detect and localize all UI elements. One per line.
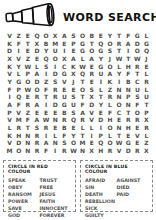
grid-cell-r2c9[interactable]: G xyxy=(78,40,87,48)
grid-cell-r3c16[interactable]: Q xyxy=(142,47,151,55)
grid-cell-r3c12[interactable]: S xyxy=(105,47,114,55)
grid-cell-r7c15[interactable]: C xyxy=(133,78,142,86)
grid-cell-r1c9[interactable]: O xyxy=(78,32,87,40)
grid-cell-r7c7[interactable]: V xyxy=(60,78,69,86)
grid-cell-r11c10[interactable]: V xyxy=(87,109,96,117)
grid-cell-r9c10[interactable]: X xyxy=(87,94,96,102)
grid-cell-r2c4[interactable]: X xyxy=(32,40,41,48)
grid-cell-r11c1[interactable]: P xyxy=(5,109,14,117)
grid-cell-r12c15[interactable]: R xyxy=(133,117,142,125)
grid-cell-r15c5[interactable]: A xyxy=(42,140,51,148)
grid-cell-r5c13[interactable]: L xyxy=(115,63,124,71)
grid-cell-r8c12[interactable]: Z xyxy=(105,86,114,94)
grid-cell-r9c4[interactable]: R xyxy=(32,94,41,102)
grid-cell-r4c13[interactable]: W xyxy=(115,55,124,63)
grid-cell-r16c5[interactable]: F xyxy=(42,147,51,155)
grid-cell-r5c3[interactable]: W xyxy=(23,63,32,71)
grid-cell-r8c9[interactable]: O xyxy=(78,86,87,94)
grid-cell-r15c1[interactable]: V xyxy=(5,140,14,148)
panel-circle-red: CIRCLE IN RED COLOUR SPEAKOBEYRANSOMPOWE… xyxy=(3,160,76,212)
grid-cell-r3c8[interactable]: E xyxy=(69,47,78,55)
grid-cell-r10c8[interactable]: U xyxy=(69,101,78,109)
word-list-item: SIN xyxy=(85,184,117,191)
grid-cell-r11c3[interactable]: Z xyxy=(23,109,32,117)
grid-cell-r4c7[interactable]: X xyxy=(60,55,69,63)
grid-cell-r5c12[interactable]: O xyxy=(105,63,114,71)
grid-cell-r11c13[interactable]: C xyxy=(115,109,124,117)
grid-cell-r8c10[interactable]: S xyxy=(87,86,96,94)
grid-cell-r16c6[interactable]: I xyxy=(51,147,60,155)
grid-cell-r3c14[interactable]: I xyxy=(124,47,133,55)
grid-cell-r8c4[interactable]: O xyxy=(32,86,41,94)
grid-cell-r12c5[interactable]: W xyxy=(42,117,51,125)
grid-cell-r13c9[interactable]: L xyxy=(78,124,87,132)
grid-cell-r12c6[interactable]: N xyxy=(51,117,60,125)
grid-cell-r10c11[interactable]: Y xyxy=(96,101,105,109)
letter-grid: VZEQOXASOBEYTFGLKFTXBMEPGTQORADGDIEDYUIE… xyxy=(0,32,156,155)
word-list-item: REBELLION xyxy=(85,198,117,205)
word-list-item: PAID xyxy=(117,191,149,198)
grid-cell-r10c1[interactable]: A xyxy=(5,101,14,109)
grid-cell-r15c6[interactable]: N xyxy=(51,140,60,148)
panel-red-col1: SPEAKOBEYRANSOMPOWERSAVEGOD xyxy=(8,177,40,219)
grid-cell-r13c15[interactable]: E xyxy=(133,124,142,132)
word-list-item: AFRAID xyxy=(85,177,117,184)
header: WORD SEARCH xyxy=(0,0,156,31)
grid-cell-r9c15[interactable]: S xyxy=(133,94,142,102)
grid-cell-r16c3[interactable]: N xyxy=(23,147,32,155)
word-list-item: JESUS xyxy=(40,191,72,198)
grid-cell-r10c7[interactable]: G xyxy=(60,101,69,109)
grid-cell-r7c1[interactable]: Y xyxy=(5,78,14,86)
grid-cell-r16c14[interactable]: D xyxy=(124,147,133,155)
grid-cell-r11c6[interactable]: E xyxy=(51,109,60,117)
grid-cell-r3c15[interactable]: O xyxy=(133,47,142,55)
grid-cell-r2c11[interactable]: Q xyxy=(96,40,105,48)
grid-cell-r9c11[interactable]: T xyxy=(96,94,105,102)
grid-cell-r6c6[interactable]: D xyxy=(51,70,60,78)
grid-cell-r13c10[interactable]: L xyxy=(87,124,96,132)
grid-cell-r16c9[interactable]: N xyxy=(78,147,87,155)
grid-cell-r13c3[interactable]: T xyxy=(23,124,32,132)
grid-cell-r6c12[interactable]: A xyxy=(105,70,114,78)
grid-cell-r9c12[interactable]: R xyxy=(105,94,114,102)
panel-red-columns: SPEAKOBEYRANSOMPOWERSAVEGOD TRUSTFREEJES… xyxy=(8,177,71,219)
grid-cell-r8c7[interactable]: E xyxy=(60,86,69,94)
grid-cell-r9c1[interactable]: I xyxy=(5,94,14,102)
word-list-item: SICK xyxy=(85,205,117,212)
grid-cell-r10c14[interactable]: N xyxy=(124,101,133,109)
grid-cell-r13c6[interactable]: E xyxy=(51,124,60,132)
grid-cell-r2c6[interactable]: M xyxy=(51,40,60,48)
grid-cell-r15c10[interactable]: E xyxy=(87,140,96,148)
grid-cell-r9c9[interactable]: T xyxy=(78,94,87,102)
grid-cell-r13c16[interactable]: R xyxy=(142,124,151,132)
grid-cell-r6c15[interactable]: T xyxy=(133,70,142,78)
grid-cell-r10c3[interactable]: R xyxy=(23,101,32,109)
grid-cell-r2c14[interactable]: A xyxy=(124,40,133,48)
grid-cell-r10c10[interactable]: D xyxy=(87,101,96,109)
grid-cell-r11c11[interactable]: E xyxy=(96,109,105,117)
grid-cell-r12c16[interactable]: X xyxy=(142,117,151,125)
grid-cell-r11c12[interactable]: F xyxy=(105,109,114,117)
grid-cell-r1c16[interactable]: L xyxy=(142,32,151,40)
grid-cell-r3c7[interactable]: I xyxy=(60,47,69,55)
grid-cell-r4c3[interactable]: Z xyxy=(23,55,32,63)
grid-cell-r5c8[interactable]: K xyxy=(69,63,78,71)
grid-cell-r4c8[interactable]: A xyxy=(69,55,78,63)
grid-cell-r14c4[interactable]: R xyxy=(32,132,41,140)
grid-cell-r3c4[interactable]: D xyxy=(32,47,41,55)
grid-cell-r6c9[interactable]: Q xyxy=(78,70,87,78)
grid-cell-r5c16[interactable]: E xyxy=(142,63,151,71)
grid-cell-r4c1[interactable]: X xyxy=(5,55,14,63)
grid-cell-r10c4[interactable]: A xyxy=(32,101,41,109)
grid-cell-r2c10[interactable]: T xyxy=(87,40,96,48)
grid-cell-r3c2[interactable]: I xyxy=(14,47,23,55)
grid-cell-r8c6[interactable]: R xyxy=(51,86,60,94)
grid-cell-r13c8[interactable]: E xyxy=(69,124,78,132)
grid-cell-r12c9[interactable]: R xyxy=(78,117,87,125)
grid-cell-r12c11[interactable]: D xyxy=(96,117,105,125)
grid-cell-r12c4[interactable]: A xyxy=(32,117,41,125)
grid-cell-r4c9[interactable]: L xyxy=(78,55,87,63)
grid-cell-r12c2[interactable]: M xyxy=(14,117,23,125)
grid-cell-r2c7[interactable]: E xyxy=(60,40,69,48)
grid-cell-r2c1[interactable]: K xyxy=(5,40,14,48)
grid-cell-r13c12[interactable]: O xyxy=(105,124,114,132)
grid-cell-r5c5[interactable]: S xyxy=(42,63,51,71)
grid-cell-r2c3[interactable]: T xyxy=(23,40,32,48)
grid-cell-r3c11[interactable]: G xyxy=(96,47,105,55)
grid-cell-r4c6[interactable]: O xyxy=(51,55,60,63)
grid-cell-r2c2[interactable]: F xyxy=(14,40,23,48)
telescope-icon xyxy=(5,3,61,32)
grid-cell-r7c4[interactable]: D xyxy=(32,78,41,86)
grid-cell-r15c14[interactable]: G xyxy=(124,140,133,148)
grid-cell-r7c12[interactable]: K xyxy=(105,78,114,86)
grid-cell-r6c10[interactable]: R xyxy=(87,70,96,78)
grid-cell-r14c12[interactable]: L xyxy=(105,132,114,140)
panel-blue-columns: AFRAIDSINDEATHREBELLIONSICKGUILTY AGAINS… xyxy=(85,177,148,219)
grid-cell-r14c11[interactable]: P xyxy=(96,132,105,140)
grid-cell-r16c4[interactable]: R xyxy=(32,147,41,155)
grid-cell-r6c11[interactable]: U xyxy=(96,70,105,78)
grid-cell-r7c10[interactable]: E xyxy=(87,78,96,86)
grid-cell-r4c14[interactable]: T xyxy=(124,55,133,63)
grid-cell-r10c6[interactable]: D xyxy=(51,101,60,109)
grid-cell-r3c10[interactable]: O xyxy=(87,47,96,55)
grid-cell-r8c16[interactable]: L xyxy=(142,86,151,94)
grid-cell-r15c2[interactable]: D xyxy=(14,140,23,148)
grid-cell-r13c13[interactable]: N xyxy=(115,124,124,132)
grid-cell-r16c13[interactable]: V xyxy=(115,147,124,155)
word-list-panels: CIRCLE IN RED COLOUR SPEAKOBEYRANSOMPOWE… xyxy=(0,160,156,212)
grid-cell-r9c14[interactable]: P xyxy=(124,94,133,102)
grid-cell-r7c8[interactable]: J xyxy=(69,78,78,86)
grid-cell-r1c11[interactable]: E xyxy=(96,32,105,40)
grid-cell-r15c12[interactable]: O xyxy=(105,140,114,148)
grid-cell-r1c12[interactable]: Y xyxy=(105,32,114,40)
grid-cell-r6c1[interactable]: V xyxy=(5,70,14,78)
grid-cell-r6c8[interactable]: X xyxy=(69,70,78,78)
grid-cell-r14c7[interactable]: F xyxy=(60,132,69,140)
grid-cell-r15c3[interactable]: N xyxy=(23,140,32,148)
grid-cell-r15c15[interactable]: E xyxy=(133,140,142,148)
grid-cell-r12c3[interactable]: F xyxy=(23,117,32,125)
grid-cell-r14c5[interactable]: I xyxy=(42,132,51,140)
word-list-item: OBEY xyxy=(8,184,40,191)
word-list-item: GOD xyxy=(8,212,40,219)
grid-cell-r11c5[interactable]: E xyxy=(42,109,51,117)
grid-cell-r11c2[interactable]: V xyxy=(14,109,23,117)
grid-cell-r14c8[interactable]: Y xyxy=(69,132,78,140)
grid-cell-r4c10[interactable]: A xyxy=(87,55,96,63)
grid-cell-r2c16[interactable]: G xyxy=(142,40,151,48)
grid-cell-r12c13[interactable]: E xyxy=(115,117,124,125)
grid-cell-r12c7[interactable]: R xyxy=(60,117,69,125)
grid-cell-r11c16[interactable]: P xyxy=(142,109,151,117)
grid-cell-r3c1[interactable]: D xyxy=(5,47,14,55)
grid-cell-r5c1[interactable]: K xyxy=(5,63,14,71)
grid-cell-r1c10[interactable]: B xyxy=(87,32,96,40)
grid-cell-r5c6[interactable]: I xyxy=(51,63,60,71)
grid-cell-r14c1[interactable]: K xyxy=(5,132,14,140)
grid-cell-r3c13[interactable]: T xyxy=(115,47,124,55)
grid-cell-r14c13[interactable]: T xyxy=(115,132,124,140)
grid-cell-r8c15[interactable]: U xyxy=(133,86,142,94)
grid-cell-r8c5[interactable]: F xyxy=(42,86,51,94)
grid-cell-r16c16[interactable]: X xyxy=(142,147,151,155)
grid-cell-r9c3[interactable]: E xyxy=(23,94,32,102)
word-list-item: FAITH xyxy=(40,198,72,205)
grid-cell-r5c4[interactable]: L xyxy=(32,63,41,71)
grid-cell-r15c11[interactable]: Q xyxy=(96,140,105,148)
word-list-item: RANSOM xyxy=(8,191,40,198)
grid-cell-r16c12[interactable]: R xyxy=(105,147,114,155)
grid-cell-r16c2[interactable]: O xyxy=(14,147,23,155)
panel-circle-blue: CIRCLE IN BLUE COLOUR AFRAIDSINDEATHREBE… xyxy=(80,160,153,212)
panel-red-title: CIRCLE IN RED COLOUR xyxy=(8,164,71,174)
grid-cell-r9c7[interactable]: U xyxy=(60,94,69,102)
grid-cell-r15c4[interactable]: R xyxy=(32,140,41,148)
grid-cell-r13c1[interactable]: L xyxy=(5,124,14,132)
grid-cell-r1c14[interactable]: F xyxy=(124,32,133,40)
word-list-item: GUILTY xyxy=(85,212,117,219)
grid-cell-r9c5[interactable]: T xyxy=(42,94,51,102)
grid-cell-r8c8[interactable]: E xyxy=(69,86,78,94)
word-list-item: SPEAK xyxy=(8,177,40,184)
word-search-page: WORD SEARCH VZEQOXASOBEYTFGLKFTXBMEPGTQO… xyxy=(0,0,156,220)
grid-cell-r9c2[interactable]: Q xyxy=(14,94,23,102)
grid-cell-r8c14[interactable]: N xyxy=(124,86,133,94)
word-list-item: FOREVER xyxy=(40,212,72,219)
grid-cell-r1c3[interactable]: E xyxy=(23,32,32,40)
grid-cell-r9c16[interactable]: U xyxy=(142,94,151,102)
grid-cell-r7c5[interactable]: Z xyxy=(42,78,51,86)
grid-cell-r4c12[interactable]: J xyxy=(105,55,114,63)
word-list-item: TRUST xyxy=(40,177,72,184)
grid-cell-r15c7[interactable]: S xyxy=(60,140,69,148)
word-list-item: SAVE xyxy=(8,205,40,212)
grid-cell-r4c4[interactable]: E xyxy=(32,55,41,63)
grid-cell-r14c2[interactable]: H xyxy=(14,132,23,140)
grid-cell-r4c5[interactable]: Q xyxy=(42,55,51,63)
grid-cell-r14c3[interactable]: N xyxy=(23,132,32,140)
grid-cell-r5c14[interactable]: H xyxy=(124,63,133,71)
grid-cell-r15c9[interactable]: M xyxy=(78,140,87,148)
grid-cell-r5c11[interactable]: G xyxy=(96,63,105,71)
grid-cell-r15c13[interactable]: W xyxy=(115,140,124,148)
grid-cell-r7c6[interactable]: S xyxy=(51,78,60,86)
grid-cell-r4c11[interactable]: Y xyxy=(96,55,105,63)
word-list-item: POWER xyxy=(8,198,40,205)
grid-cell-r11c8[interactable]: S xyxy=(69,109,78,117)
grid-cell-r7c9[interactable]: T xyxy=(78,78,87,86)
grid-cell-r11c14[interactable]: T xyxy=(124,109,133,117)
grid-cell-r12c1[interactable]: V xyxy=(5,117,14,125)
grid-cell-r6c4[interactable]: A xyxy=(32,70,41,78)
grid-cell-r1c4[interactable]: Q xyxy=(32,32,41,40)
grid-cell-r12c14[interactable]: R xyxy=(124,117,133,125)
grid-cell-r13c5[interactable]: R xyxy=(42,124,51,132)
grid-cell-r7c3[interactable]: O xyxy=(23,78,32,86)
panel-blue-title: CIRCLE IN BLUE COLOUR xyxy=(85,164,148,174)
grid-cell-r6c2[interactable]: L xyxy=(14,70,23,78)
grid-cell-r2c15[interactable]: D xyxy=(133,40,142,48)
grid-cell-r10c16[interactable]: T xyxy=(142,101,151,109)
grid-cell-r5c15[interactable]: R xyxy=(133,63,142,71)
grid-cell-r1c13[interactable]: T xyxy=(115,32,124,40)
grid-cell-r4c15[interactable]: W xyxy=(133,55,142,63)
grid-cell-r11c9[interactable]: A xyxy=(78,109,87,117)
grid-cell-r1c2[interactable]: Z xyxy=(14,32,23,40)
grid-cell-r7c13[interactable]: I xyxy=(115,78,124,86)
panel-red-col2: TRUSTFREEJESUSFAITHINNOCENTFOREVER xyxy=(40,177,72,219)
grid-cell-r11c15[interactable]: O xyxy=(133,109,142,117)
grid-cell-r2c12[interactable]: O xyxy=(105,40,114,48)
grid-cell-r15c8[interactable]: O xyxy=(69,140,78,148)
grid-cell-r1c8[interactable]: S xyxy=(69,32,78,40)
grid-cell-r16c11[interactable]: H xyxy=(96,147,105,155)
grid-cell-r2c5[interactable]: B xyxy=(42,40,51,48)
grid-cell-r15c16[interactable]: Z xyxy=(142,140,151,148)
grid-cell-r10c5[interactable]: I xyxy=(42,101,51,109)
grid-cell-r7c2[interactable]: G xyxy=(14,78,23,86)
grid-cell-r11c4[interactable]: E xyxy=(32,109,41,117)
panel-blue-col1: AFRAIDSINDEATHREBELLIONSICKGUILTY xyxy=(85,177,117,219)
grid-cell-r7c14[interactable]: B xyxy=(124,78,133,86)
grid-cell-r3c9[interactable]: G xyxy=(78,47,87,55)
grid-cell-r13c11[interactable]: I xyxy=(96,124,105,132)
grid-cell-r6c5[interactable]: I xyxy=(42,70,51,78)
grid-cell-r2c8[interactable]: P xyxy=(69,40,78,48)
grid-cell-r3c5[interactable]: Y xyxy=(42,47,51,55)
grid-cell-r12c8[interactable]: Q xyxy=(69,117,78,125)
grid-cell-r2c13[interactable]: R xyxy=(115,40,124,48)
grid-cell-r14c15[interactable]: V xyxy=(133,132,142,140)
grid-cell-r3c3[interactable]: E xyxy=(23,47,32,55)
grid-cell-r13c14[interactable]: H xyxy=(124,124,133,132)
grid-cell-r12c10[interactable]: V xyxy=(87,117,96,125)
grid-cell-r1c1[interactable]: V xyxy=(5,32,14,40)
grid-cell-r7c11[interactable]: I xyxy=(96,78,105,86)
grid-cell-r16c1[interactable]: M xyxy=(5,147,14,155)
grid-cell-r14c10[interactable]: I xyxy=(87,132,96,140)
word-list-item: DIED xyxy=(117,184,149,191)
grid-cell-r4c2[interactable]: V xyxy=(14,55,23,63)
grid-cell-r16c8[interactable]: W xyxy=(69,147,78,155)
grid-cell-r14c14[interactable]: E xyxy=(124,132,133,140)
grid-cell-r8c13[interactable]: N xyxy=(115,86,124,94)
grid-cell-r6c7[interactable]: G xyxy=(60,70,69,78)
grid-cell-r5c2[interactable]: Y xyxy=(14,63,23,71)
grid-cell-r5c10[interactable]: E xyxy=(87,63,96,71)
grid-cell-r9c13[interactable]: N xyxy=(115,94,124,102)
grid-cell-r4c16[interactable]: J xyxy=(142,55,151,63)
grid-cell-r10c13[interactable]: O xyxy=(115,101,124,109)
grid-cell-r1c5[interactable]: O xyxy=(42,32,51,40)
grid-cell-r13c2[interactable]: R xyxy=(14,124,23,132)
grid-cell-r6c3[interactable]: P xyxy=(23,70,32,78)
grid-cell-r16c10[interactable]: X xyxy=(87,147,96,155)
grid-cell-r8c11[interactable]: L xyxy=(96,86,105,94)
grid-cell-r16c7[interactable]: R xyxy=(60,147,69,155)
word-list-item: AGAINST xyxy=(117,177,149,184)
grid-cell-r10c15[interactable]: F xyxy=(133,101,142,109)
grid-cell-r14c16[interactable]: L xyxy=(142,132,151,140)
word-list-item: FREE xyxy=(40,184,72,191)
grid-cell-r8c2[interactable]: P xyxy=(14,86,23,94)
grid-cell-r11c7[interactable]: B xyxy=(60,109,69,117)
grid-cell-r1c6[interactable]: X xyxy=(51,32,60,40)
grid-cell-r1c15[interactable]: G xyxy=(133,32,142,40)
page-title: WORD SEARCH xyxy=(63,11,156,24)
grid-cell-r8c1[interactable]: F xyxy=(5,86,14,94)
grid-cell-r16c15[interactable]: R xyxy=(133,147,142,155)
grid-cell-r5c7[interactable]: C xyxy=(60,63,69,71)
grid-cell-r10c12[interactable]: L xyxy=(105,101,114,109)
grid-cell-r12c12[interactable]: H xyxy=(105,117,114,125)
grid-cell-r8c3[interactable]: W xyxy=(23,86,32,94)
grid-cell-r10c9[interactable]: F xyxy=(78,101,87,109)
grid-cell-r6c16[interactable]: L xyxy=(142,70,151,78)
grid-cell-r14c6[interactable]: L xyxy=(51,132,60,140)
grid-cell-r1c7[interactable]: A xyxy=(60,32,69,40)
grid-cell-r13c4[interactable]: S xyxy=(32,124,41,132)
grid-cell-r5c9[interactable]: W xyxy=(78,63,87,71)
panel-blue-col2: AGAINSTDIEDPAID xyxy=(117,177,149,219)
grid-cell-r7c16[interactable]: R xyxy=(142,78,151,86)
grid-cell-r10c2[interactable]: F xyxy=(14,101,23,109)
grid-cell-r9c6[interactable]: R xyxy=(51,94,60,102)
grid-cell-r3c6[interactable]: U xyxy=(51,47,60,55)
grid-cell-r13c7[interactable]: B xyxy=(60,124,69,132)
grid-cell-r9c8[interactable]: S xyxy=(69,94,78,102)
grid-cell-r6c14[interactable]: F xyxy=(124,70,133,78)
grid-cell-r14c9[interactable]: T xyxy=(78,132,87,140)
word-list-item: INNOCENT xyxy=(40,205,72,212)
grid-cell-r6c13[interactable]: Y xyxy=(115,70,124,78)
word-list-item: DEATH xyxy=(85,191,117,198)
